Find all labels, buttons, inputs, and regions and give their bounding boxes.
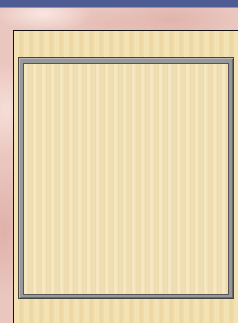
board-grid xyxy=(24,64,228,294)
board-field[interactable] xyxy=(23,63,229,295)
titlebar-strip xyxy=(0,0,238,8)
screen xyxy=(0,0,238,323)
board-panel xyxy=(13,30,238,323)
